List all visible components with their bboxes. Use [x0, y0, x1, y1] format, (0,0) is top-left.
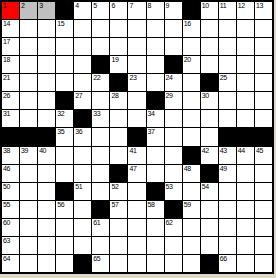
clue-number: 63: [3, 236, 10, 245]
cell-r1-c12[interactable]: 10: [201, 2, 218, 19]
cell-r7-c9[interactable]: 34: [147, 110, 164, 127]
cell-r6-c8[interactable]: [128, 92, 145, 109]
cell-r12-c1[interactable]: 55: [2, 201, 19, 218]
cell-r4-c5[interactable]: [74, 56, 91, 73]
clue-number: 11: [220, 1, 226, 10]
cell-r13-c14[interactable]: [237, 219, 254, 236]
cell-r10-c6[interactable]: [92, 165, 109, 182]
cell-r9-c7[interactable]: [110, 147, 127, 164]
cell-r15-c9[interactable]: [147, 255, 164, 272]
cell-r2-c15[interactable]: [255, 20, 272, 37]
clue-number: 53: [166, 182, 173, 191]
clue-number: 3: [39, 1, 43, 10]
cell-r11-c10[interactable]: 53: [165, 183, 182, 200]
clue-number: 10: [202, 1, 209, 10]
cell-r10-c11[interactable]: 48: [183, 165, 200, 182]
cell-r3-c8[interactable]: [128, 38, 145, 55]
cell-r11-c8[interactable]: [128, 183, 145, 200]
clue-number: 14: [3, 19, 10, 28]
clue-number: 48: [184, 164, 191, 173]
cell-r12-c14[interactable]: [237, 201, 254, 218]
cell-r15-c15[interactable]: [255, 255, 272, 272]
cell-r2-c2[interactable]: [20, 20, 37, 37]
clue-number: 26: [3, 91, 10, 100]
clue-number: 51: [75, 182, 82, 191]
clue-number: 9: [166, 1, 170, 10]
cell-r13-c4[interactable]: [56, 219, 73, 236]
cell-r15-c7[interactable]: [110, 255, 127, 272]
clue-number: 49: [220, 164, 227, 173]
clue-number: 66: [220, 254, 227, 263]
cell-r14-c4[interactable]: [56, 237, 73, 254]
cell-r6-c14[interactable]: [237, 92, 254, 109]
cell-r6-c7[interactable]: 28: [110, 92, 127, 109]
clue-number: 28: [111, 91, 118, 100]
cell-r13-c5[interactable]: [74, 219, 91, 236]
clue-number: 19: [111, 55, 118, 64]
cell-r6-c12[interactable]: 30: [201, 92, 218, 109]
cell-r5-c5[interactable]: [74, 74, 91, 91]
cell-r4-c8[interactable]: [128, 56, 145, 73]
clue-number: 1: [3, 1, 7, 10]
cell-r1-c14[interactable]: 12: [237, 2, 254, 19]
cell-r3-c1[interactable]: 17: [2, 38, 19, 55]
cell-r4-c14[interactable]: [237, 56, 254, 73]
cell-r15-c2[interactable]: [20, 255, 37, 272]
cell-r10-c9[interactable]: [147, 165, 164, 182]
clue-number: 50: [3, 182, 10, 191]
cell-r9-c8[interactable]: 41: [128, 147, 145, 164]
cell-r3-c5[interactable]: [74, 38, 91, 55]
cell-r5-c4[interactable]: [56, 74, 73, 91]
cell-r5-c6[interactable]: 22: [92, 74, 109, 91]
cell-r13-c7[interactable]: [110, 219, 127, 236]
cell-r7-c14[interactable]: [237, 110, 254, 127]
black-cell-r8-c3: [38, 128, 55, 145]
cell-r6-c1[interactable]: 26: [2, 92, 19, 109]
cell-r13-c8[interactable]: [128, 219, 145, 236]
cell-r3-c9[interactable]: [147, 38, 164, 55]
clue-number: 37: [148, 127, 155, 136]
cell-r12-c7[interactable]: 57: [110, 201, 127, 218]
cell-r7-c13[interactable]: [219, 110, 236, 127]
cell-r4-c3[interactable]: [38, 56, 55, 73]
black-cell-r8-c2: [20, 128, 37, 145]
cell-r12-c9[interactable]: 58: [147, 201, 164, 218]
cell-r4-c12[interactable]: [201, 56, 218, 73]
cell-r13-c10[interactable]: 62: [165, 219, 182, 236]
cell-r12-c15[interactable]: [255, 201, 272, 218]
clue-number: 32: [57, 109, 64, 118]
clue-number: 21: [3, 73, 10, 82]
cell-r15-c11[interactable]: [183, 255, 200, 272]
cell-r9-c5[interactable]: [74, 147, 91, 164]
cell-r2-c12[interactable]: [201, 20, 218, 37]
cell-r12-c3[interactable]: [38, 201, 55, 218]
cell-r8-c9[interactable]: 37: [147, 128, 164, 145]
cell-r11-c7[interactable]: 52: [110, 183, 127, 200]
cell-r9-c9[interactable]: [147, 147, 164, 164]
cell-r5-c13[interactable]: 25: [219, 74, 236, 91]
cell-r15-c14[interactable]: [237, 255, 254, 272]
cell-r10-c1[interactable]: 46: [2, 165, 19, 182]
cell-r4-c2[interactable]: [20, 56, 37, 73]
cell-r6-c10[interactable]: 29: [165, 92, 182, 109]
clue-number: 65: [93, 254, 100, 263]
cell-r10-c10[interactable]: [165, 165, 182, 182]
cell-r1-c13[interactable]: 11: [219, 2, 236, 19]
cell-r10-c2[interactable]: [20, 165, 37, 182]
clue-number: 35: [57, 127, 64, 136]
cell-r14-c13[interactable]: [219, 237, 236, 254]
cell-r15-c4[interactable]: [56, 255, 73, 272]
cell-r5-c1[interactable]: 21: [2, 74, 19, 91]
cell-r12-c11[interactable]: 59: [183, 201, 200, 218]
clue-number: 30: [202, 91, 209, 100]
cell-r11-c3[interactable]: [38, 183, 55, 200]
cell-r1-c5[interactable]: 4: [74, 2, 91, 19]
clue-number: 43: [220, 146, 227, 155]
clue-number: 61: [93, 218, 100, 227]
cell-r7-c7[interactable]: [110, 110, 127, 127]
cell-r5-c14[interactable]: [237, 74, 254, 91]
cell-r7-c8[interactable]: [128, 110, 145, 127]
clue-number: 8: [148, 1, 152, 10]
cell-r12-c8[interactable]: [128, 201, 145, 218]
cell-r15-c1[interactable]: 64: [2, 255, 19, 272]
clue-number: 36: [75, 127, 82, 136]
cell-r13-c2[interactable]: [20, 219, 37, 236]
clue-number: 7: [129, 1, 133, 10]
cell-r2-c6[interactable]: [92, 20, 109, 37]
cell-r11-c5[interactable]: 51: [74, 183, 91, 200]
black-cell-r15-c12: [201, 255, 218, 272]
cell-r7-c4[interactable]: 32: [56, 110, 73, 127]
cell-r3-c10[interactable]: [165, 38, 182, 55]
cell-r2-c3[interactable]: [38, 20, 55, 37]
cell-r11-c12[interactable]: 54: [201, 183, 218, 200]
cell-r14-c10[interactable]: [165, 237, 182, 254]
cell-r9-c15[interactable]: 45: [255, 147, 272, 164]
cell-r1-c2[interactable]: 2: [20, 2, 37, 19]
cell-r14-c9[interactable]: [147, 237, 164, 254]
cell-r10-c15[interactable]: [255, 165, 272, 182]
cell-r11-c13[interactable]: [219, 183, 236, 200]
cell-r6-c6[interactable]: [92, 92, 109, 109]
cell-r15-c13[interactable]: 66: [219, 255, 236, 272]
clue-number: 27: [75, 91, 82, 100]
cell-r1-c7[interactable]: 6: [110, 2, 127, 19]
cell-r8-c6[interactable]: [92, 128, 109, 145]
black-cell-r5-c7: [110, 74, 127, 91]
cell-r12-c12[interactable]: [201, 201, 218, 218]
clue-number: 16: [184, 19, 191, 28]
cell-r7-c15[interactable]: [255, 110, 272, 127]
cell-r12-c13[interactable]: [219, 201, 236, 218]
cell-r3-c2[interactable]: [20, 38, 37, 55]
cell-r2-c1[interactable]: 14: [2, 20, 19, 37]
cell-r3-c11[interactable]: [183, 38, 200, 55]
cell-r2-c5[interactable]: [74, 20, 91, 37]
black-cell-r8-c13: [219, 128, 236, 145]
clue-number: 45: [256, 146, 263, 155]
clue-number: 38: [3, 146, 10, 155]
cell-r10-c8[interactable]: 47: [128, 165, 145, 182]
cell-r6-c2[interactable]: [20, 92, 37, 109]
cell-r8-c12[interactable]: [201, 128, 218, 145]
black-cell-r10-c12: [201, 165, 218, 182]
cell-r6-c3[interactable]: [38, 92, 55, 109]
cell-r5-c11[interactable]: [183, 74, 200, 91]
black-cell-r4-c6: [92, 56, 109, 73]
black-cell-r6-c4: [56, 92, 73, 109]
cell-r1-c6[interactable]: 5: [92, 2, 109, 19]
cell-r14-c6[interactable]: [92, 237, 109, 254]
clue-number: 47: [129, 164, 136, 173]
clue-number: 46: [3, 164, 10, 173]
cell-r9-c13[interactable]: 43: [219, 147, 236, 164]
cell-r10-c14[interactable]: [237, 165, 254, 182]
cell-r13-c15[interactable]: [255, 219, 272, 236]
clue-number: 13: [256, 1, 263, 10]
cell-r13-c1[interactable]: 60: [2, 219, 19, 236]
clue-number: 5: [93, 1, 97, 10]
black-cell-r1-c4: [56, 2, 73, 19]
cell-r3-c14[interactable]: [237, 38, 254, 55]
clue-number: 60: [3, 218, 10, 227]
clue-number: 42: [202, 146, 209, 155]
cell-r4-c15[interactable]: [255, 56, 272, 73]
cell-r1-c3[interactable]: 3: [38, 2, 55, 19]
clue-number: 2: [21, 1, 25, 10]
cell-r10-c5[interactable]: [74, 165, 91, 182]
cell-r2-c8[interactable]: [128, 20, 145, 37]
cell-r11-c1[interactable]: 50: [2, 183, 19, 200]
black-cell-r7-c5: [74, 110, 91, 127]
cell-r2-c13[interactable]: [219, 20, 236, 37]
cell-r4-c11[interactable]: 20: [183, 56, 200, 73]
cell-r5-c3[interactable]: [38, 74, 55, 91]
clue-number: 17: [3, 37, 10, 46]
cell-r1-c9[interactable]: 8: [147, 2, 164, 19]
clue-number: 20: [184, 55, 191, 64]
cell-r1-c15[interactable]: 13: [255, 2, 272, 19]
clue-number: 56: [57, 200, 64, 209]
cell-r8-c4[interactable]: 35: [56, 128, 73, 145]
cell-r11-c11[interactable]: [183, 183, 200, 200]
cell-r15-c8[interactable]: [128, 255, 145, 272]
cell-r5-c10[interactable]: 24: [165, 74, 182, 91]
cell-r4-c7[interactable]: 19: [110, 56, 127, 73]
cell-r8-c11[interactable]: [183, 128, 200, 145]
cell-r3-c15[interactable]: [255, 38, 272, 55]
black-cell-r8-c15: [255, 128, 272, 145]
cell-r4-c9[interactable]: [147, 56, 164, 73]
clue-number: 55: [3, 200, 10, 209]
cell-r7-c12[interactable]: [201, 110, 218, 127]
clue-number: 52: [111, 182, 118, 191]
black-cell-r15-c5: [74, 255, 91, 272]
black-cell-r11-c9: [147, 183, 164, 200]
cell-r14-c2[interactable]: [20, 237, 37, 254]
clue-number: 25: [220, 73, 227, 82]
cell-r2-c10[interactable]: [165, 20, 182, 37]
cell-r14-c3[interactable]: [38, 237, 55, 254]
cell-r1-c10[interactable]: 9: [165, 2, 182, 19]
cell-r7-c10[interactable]: [165, 110, 182, 127]
black-cell-r10-c7: [110, 165, 127, 182]
cell-r12-c4[interactable]: 56: [56, 201, 73, 218]
clue-number: 31: [3, 109, 10, 118]
black-cell-r8-c1: [2, 128, 19, 145]
cell-r9-c6[interactable]: [92, 147, 109, 164]
clue-number: 18: [3, 55, 10, 64]
cell-r8-c7[interactable]: [110, 128, 127, 145]
cell-r8-c10[interactable]: [165, 128, 182, 145]
cell-r6-c13[interactable]: [219, 92, 236, 109]
cell-r11-c15[interactable]: [255, 183, 272, 200]
clue-number: 58: [148, 200, 155, 209]
cell-r9-c1[interactable]: 38: [2, 147, 19, 164]
cell-r1-c8[interactable]: 7: [128, 2, 145, 19]
cell-r10-c13[interactable]: 49: [219, 165, 236, 182]
cell-r4-c4[interactable]: [56, 56, 73, 73]
cell-r7-c6[interactable]: 33: [92, 110, 109, 127]
black-cell-r9-c11: [183, 147, 200, 164]
clue-number: 29: [166, 91, 173, 100]
clue-number: 59: [184, 200, 191, 209]
clue-number: 62: [166, 218, 173, 227]
clue-number: 64: [3, 254, 10, 263]
cell-r2-c9[interactable]: [147, 20, 164, 37]
cell-r15-c10[interactable]: [165, 255, 182, 272]
cell-r3-c12[interactable]: [201, 38, 218, 55]
cell-r4-c13[interactable]: [219, 56, 236, 73]
black-cell-r5-c12: [201, 74, 218, 91]
cell-r15-c6[interactable]: 65: [92, 255, 109, 272]
cell-r6-c11[interactable]: [183, 92, 200, 109]
black-cell-r11-c4: [56, 183, 73, 200]
cell-r13-c13[interactable]: [219, 219, 236, 236]
cell-r2-c14[interactable]: [237, 20, 254, 37]
cell-r8-c5[interactable]: 36: [74, 128, 91, 145]
cell-r4-c1[interactable]: 18: [2, 56, 19, 73]
clue-number: 54: [202, 182, 209, 191]
cell-r14-c15[interactable]: [255, 237, 272, 254]
cell-r7-c11[interactable]: [183, 110, 200, 127]
cell-r9-c2[interactable]: 39: [20, 147, 37, 164]
cell-r5-c9[interactable]: [147, 74, 164, 91]
clue-number: 15: [57, 19, 64, 28]
cell-r9-c4[interactable]: [56, 147, 73, 164]
cell-r11-c2[interactable]: [20, 183, 37, 200]
clue-number: 40: [39, 146, 46, 155]
cell-r9-c3[interactable]: 40: [38, 147, 55, 164]
clue-number: 22: [93, 73, 100, 82]
clue-number: 12: [238, 1, 245, 10]
cell-r2-c11[interactable]: 16: [183, 20, 200, 37]
black-cell-r8-c14: [237, 128, 254, 145]
cell-r15-c3[interactable]: [38, 255, 55, 272]
black-cell-r4-c10: [165, 56, 182, 73]
cell-r13-c12[interactable]: [201, 219, 218, 236]
cell-r2-c7[interactable]: [110, 20, 127, 37]
cell-r9-c10[interactable]: [165, 147, 182, 164]
cell-r6-c5[interactable]: 27: [74, 92, 91, 109]
black-cell-r12-c6: [92, 201, 109, 218]
cell-r3-c3[interactable]: [38, 38, 55, 55]
black-cell-r8-c8: [128, 128, 145, 145]
cell-r3-c4[interactable]: [56, 38, 73, 55]
black-cell-r12-c10: [165, 201, 182, 218]
clue-number: 33: [93, 109, 100, 118]
cell-r13-c11[interactable]: [183, 219, 200, 236]
cell-r13-c3[interactable]: [38, 219, 55, 236]
cell-r13-c9[interactable]: [147, 219, 164, 236]
cell-r1-c1[interactable]: 1: [2, 2, 19, 19]
cell-r7-c3[interactable]: [38, 110, 55, 127]
cell-r11-c6[interactable]: [92, 183, 109, 200]
cell-r14-c14[interactable]: [237, 237, 254, 254]
cell-r5-c2[interactable]: [20, 74, 37, 91]
cell-r7-c2[interactable]: [20, 110, 37, 127]
clue-number: 57: [111, 200, 118, 209]
cell-r14-c7[interactable]: [110, 237, 127, 254]
clue-number: 4: [75, 1, 79, 10]
clue-number: 34: [148, 109, 155, 118]
cell-r3-c6[interactable]: [92, 38, 109, 55]
clue-number: 44: [238, 146, 245, 155]
black-cell-r6-c9: [147, 92, 164, 109]
clue-number: 39: [21, 146, 28, 155]
cell-r14-c11[interactable]: [183, 237, 200, 254]
cell-r2-c4[interactable]: 15: [56, 20, 73, 37]
cell-r5-c8[interactable]: 23: [128, 74, 145, 91]
clue-number: 23: [129, 73, 136, 82]
cell-r3-c7[interactable]: [110, 38, 127, 55]
clue-number: 6: [111, 1, 115, 10]
clue-number: 41: [129, 146, 136, 155]
crossword-grid: 1234567891011121314151617181920212223242…: [0, 0, 274, 274]
cell-r7-c1[interactable]: 31: [2, 110, 19, 127]
cell-r11-c14[interactable]: [237, 183, 254, 200]
cell-r14-c12[interactable]: [201, 237, 218, 254]
cell-r12-c5[interactable]: [74, 201, 91, 218]
crossword-app: 1234567891011121314151617181920212223242…: [0, 0, 276, 278]
cell-r9-c14[interactable]: 44: [237, 147, 254, 164]
clue-number: 24: [166, 73, 173, 82]
cell-r10-c3[interactable]: [38, 165, 55, 182]
cell-r13-c6[interactable]: 61: [92, 219, 109, 236]
cell-r6-c15[interactable]: [255, 92, 272, 109]
cell-r12-c2[interactable]: [20, 201, 37, 218]
black-cell-r1-c11: [183, 2, 200, 19]
cell-r9-c12[interactable]: 42: [201, 147, 218, 164]
cell-r14-c5[interactable]: [74, 237, 91, 254]
cell-r14-c8[interactable]: [128, 237, 145, 254]
cell-r14-c1[interactable]: 63: [2, 237, 19, 254]
cell-r10-c4[interactable]: [56, 165, 73, 182]
cell-r5-c15[interactable]: [255, 74, 272, 91]
cell-r3-c13[interactable]: [219, 38, 236, 55]
